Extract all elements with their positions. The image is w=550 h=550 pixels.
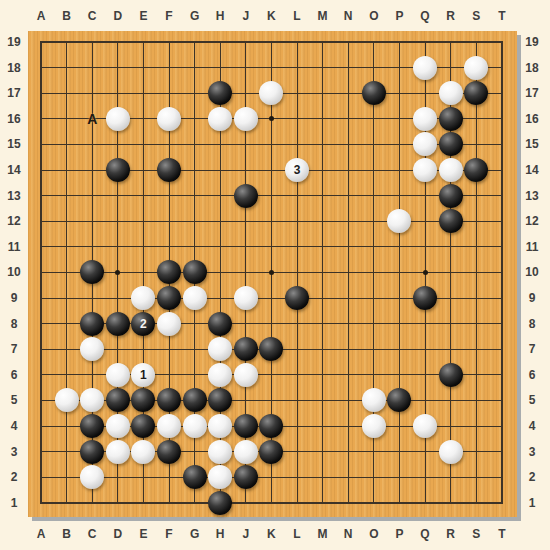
coord-top-P: P <box>388 9 410 23</box>
white-stone-G4 <box>183 414 207 438</box>
black-stone-P5 <box>387 388 411 412</box>
coord-right-4: 4 <box>521 419 543 433</box>
black-stone-F14 <box>157 158 181 182</box>
coord-bottom-P: P <box>388 527 410 541</box>
white-stone-R17 <box>439 81 463 105</box>
coord-bottom-B: B <box>56 527 78 541</box>
black-stone-S14 <box>464 158 488 182</box>
black-stone-G10 <box>183 260 207 284</box>
coord-left-5: 5 <box>3 393 25 407</box>
coord-top-O: O <box>363 9 385 23</box>
white-stone-C7 <box>80 337 104 361</box>
coord-top-B: B <box>56 9 78 23</box>
black-stone-H8 <box>208 312 232 336</box>
star-point <box>269 116 274 121</box>
coord-right-11: 11 <box>521 240 543 254</box>
star-point <box>269 270 274 275</box>
coord-top-K: K <box>260 9 282 23</box>
coord-left-6: 6 <box>3 368 25 382</box>
white-stone-E9 <box>131 286 155 310</box>
black-stone-R16 <box>439 107 463 131</box>
coord-left-16: 16 <box>3 112 25 126</box>
black-stone-D5 <box>106 388 130 412</box>
white-stone-C5 <box>80 388 104 412</box>
go-board[interactable]: 231A <box>28 31 517 517</box>
black-stone-O17 <box>362 81 386 105</box>
white-stone-C2 <box>80 465 104 489</box>
point-label-A: A <box>82 109 102 129</box>
white-stone-H6 <box>208 363 232 387</box>
black-stone-K7 <box>259 337 283 361</box>
black-stone-K4 <box>259 414 283 438</box>
black-stone-E4 <box>131 414 155 438</box>
white-stone-O5 <box>362 388 386 412</box>
grid-line-vertical <box>297 41 298 504</box>
coord-top-N: N <box>337 9 359 23</box>
coord-top-L: L <box>286 9 308 23</box>
black-stone-C4 <box>80 414 104 438</box>
white-stone-J6 <box>234 363 258 387</box>
coord-left-4: 4 <box>3 419 25 433</box>
coord-left-13: 13 <box>3 189 25 203</box>
coord-bottom-T: T <box>491 527 513 541</box>
black-stone-J4 <box>234 414 258 438</box>
white-stone-H7 <box>208 337 232 361</box>
black-stone-E8: 2 <box>131 312 155 336</box>
coord-top-Q: Q <box>414 9 436 23</box>
coord-right-18: 18 <box>521 61 543 75</box>
white-stone-H4 <box>208 414 232 438</box>
black-stone-C3 <box>80 440 104 464</box>
black-stone-J13 <box>234 184 258 208</box>
grid-line-vertical <box>348 41 349 504</box>
coord-left-11: 11 <box>3 240 25 254</box>
black-stone-J2 <box>234 465 258 489</box>
black-stone-J7 <box>234 337 258 361</box>
black-stone-C10 <box>80 260 104 284</box>
coord-bottom-D: D <box>107 527 129 541</box>
coord-bottom-G: G <box>184 527 206 541</box>
black-stone-F3 <box>157 440 181 464</box>
white-stone-O4 <box>362 414 386 438</box>
go-board-diagram: 231A AABBCCDDEEFFGGHHJJKKLLMMNNOOPPQQRRS… <box>0 0 550 550</box>
black-stone-D8 <box>106 312 130 336</box>
coord-bottom-Q: Q <box>414 527 436 541</box>
coord-left-7: 7 <box>3 342 25 356</box>
black-stone-G5 <box>183 388 207 412</box>
coord-left-2: 2 <box>3 470 25 484</box>
coord-top-S: S <box>465 9 487 23</box>
white-stone-Q15 <box>413 132 437 156</box>
coord-right-14: 14 <box>521 163 543 177</box>
white-stone-F16 <box>157 107 181 131</box>
black-stone-Q9 <box>413 286 437 310</box>
coord-right-17: 17 <box>521 86 543 100</box>
grid-line-horizontal <box>40 477 503 478</box>
coord-right-3: 3 <box>521 445 543 459</box>
black-stone-F10 <box>157 260 181 284</box>
black-stone-E5 <box>131 388 155 412</box>
coord-top-T: T <box>491 9 513 23</box>
black-stone-F9 <box>157 286 181 310</box>
white-stone-D4 <box>106 414 130 438</box>
black-stone-R13 <box>439 184 463 208</box>
coord-left-10: 10 <box>3 265 25 279</box>
white-stone-E6: 1 <box>131 363 155 387</box>
coord-right-12: 12 <box>521 214 543 228</box>
coord-left-15: 15 <box>3 137 25 151</box>
white-stone-B5 <box>55 388 79 412</box>
black-stone-H5 <box>208 388 232 412</box>
coord-top-F: F <box>158 9 180 23</box>
coord-bottom-R: R <box>440 527 462 541</box>
coord-right-19: 19 <box>521 35 543 49</box>
coord-right-15: 15 <box>521 137 543 151</box>
black-stone-C8 <box>80 312 104 336</box>
coord-bottom-N: N <box>337 527 359 541</box>
coord-right-10: 10 <box>521 265 543 279</box>
white-stone-Q16 <box>413 107 437 131</box>
white-stone-F8 <box>157 312 181 336</box>
white-stone-R3 <box>439 440 463 464</box>
coord-right-8: 8 <box>521 317 543 331</box>
white-stone-K17 <box>259 81 283 105</box>
coord-right-1: 1 <box>521 496 543 510</box>
coord-bottom-O: O <box>363 527 385 541</box>
coord-bottom-K: K <box>260 527 282 541</box>
coord-top-E: E <box>132 9 154 23</box>
coord-top-C: C <box>81 9 103 23</box>
grid-line-horizontal <box>40 502 503 504</box>
coord-left-3: 3 <box>3 445 25 459</box>
black-stone-S17 <box>464 81 488 105</box>
black-stone-R15 <box>439 132 463 156</box>
coord-bottom-S: S <box>465 527 487 541</box>
white-stone-S18 <box>464 56 488 80</box>
white-stone-L14: 3 <box>285 158 309 182</box>
coord-left-14: 14 <box>3 163 25 177</box>
star-point <box>423 270 428 275</box>
coord-right-16: 16 <box>521 112 543 126</box>
coord-right-13: 13 <box>521 189 543 203</box>
coord-left-12: 12 <box>3 214 25 228</box>
black-stone-K3 <box>259 440 283 464</box>
coord-right-2: 2 <box>521 470 543 484</box>
coord-bottom-H: H <box>209 527 231 541</box>
white-stone-H2 <box>208 465 232 489</box>
coord-bottom-C: C <box>81 527 103 541</box>
black-stone-R6 <box>439 363 463 387</box>
star-point <box>115 270 120 275</box>
coord-bottom-A: A <box>30 527 52 541</box>
white-stone-R14 <box>439 158 463 182</box>
white-stone-D6 <box>106 363 130 387</box>
coord-right-5: 5 <box>521 393 543 407</box>
white-stone-J9 <box>234 286 258 310</box>
white-stone-F4 <box>157 414 181 438</box>
grid-line-vertical <box>322 41 323 504</box>
black-stone-R12 <box>439 209 463 233</box>
black-stone-F5 <box>157 388 181 412</box>
coord-left-19: 19 <box>3 35 25 49</box>
coord-bottom-E: E <box>132 527 154 541</box>
coord-bottom-J: J <box>235 527 257 541</box>
coord-bottom-L: L <box>286 527 308 541</box>
white-stone-D3 <box>106 440 130 464</box>
coord-top-G: G <box>184 9 206 23</box>
coord-top-J: J <box>235 9 257 23</box>
grid-line-vertical <box>399 41 400 504</box>
white-stone-H3 <box>208 440 232 464</box>
coord-bottom-M: M <box>312 527 334 541</box>
white-stone-D16 <box>106 107 130 131</box>
coord-top-H: H <box>209 9 231 23</box>
coord-bottom-F: F <box>158 527 180 541</box>
coord-left-1: 1 <box>3 496 25 510</box>
coord-right-7: 7 <box>521 342 543 356</box>
grid-line-vertical <box>501 41 503 504</box>
black-stone-G2 <box>183 465 207 489</box>
white-stone-J3 <box>234 440 258 464</box>
white-stone-Q18 <box>413 56 437 80</box>
black-stone-D14 <box>106 158 130 182</box>
white-stone-G9 <box>183 286 207 310</box>
white-stone-H16 <box>208 107 232 131</box>
white-stone-P12 <box>387 209 411 233</box>
white-stone-E3 <box>131 440 155 464</box>
coord-top-M: M <box>312 9 334 23</box>
coord-left-8: 8 <box>3 317 25 331</box>
black-stone-L9 <box>285 286 309 310</box>
black-stone-H17 <box>208 81 232 105</box>
white-stone-J16 <box>234 107 258 131</box>
grid-line-vertical <box>476 41 477 504</box>
black-stone-H1 <box>208 491 232 515</box>
coord-top-D: D <box>107 9 129 23</box>
coord-right-9: 9 <box>521 291 543 305</box>
coord-right-6: 6 <box>521 368 543 382</box>
coord-left-9: 9 <box>3 291 25 305</box>
white-stone-Q4 <box>413 414 437 438</box>
white-stone-Q14 <box>413 158 437 182</box>
coord-left-18: 18 <box>3 61 25 75</box>
coord-top-R: R <box>440 9 462 23</box>
coord-left-17: 17 <box>3 86 25 100</box>
coord-top-A: A <box>30 9 52 23</box>
